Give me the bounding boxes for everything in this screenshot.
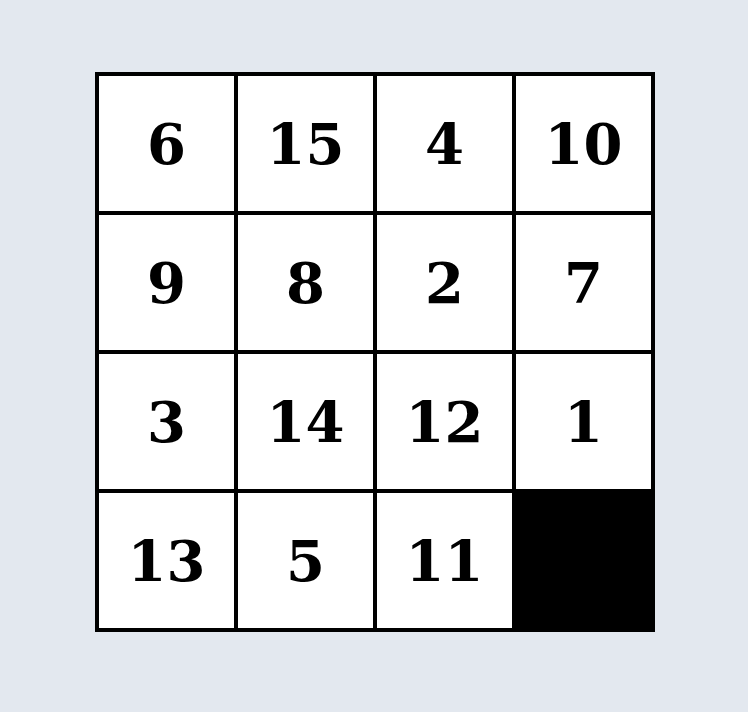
- puzzle-tile-9[interactable]: 9: [99, 215, 234, 350]
- puzzle-tile-4[interactable]: 4: [377, 76, 512, 211]
- puzzle-tile-3[interactable]: 3: [99, 354, 234, 489]
- puzzle-tile-7[interactable]: 7: [516, 215, 651, 350]
- puzzle-tile-8[interactable]: 8: [238, 215, 373, 350]
- puzzle-tile-5[interactable]: 5: [238, 493, 373, 628]
- puzzle-tile-2[interactable]: 2: [377, 215, 512, 350]
- puzzle-tile-12[interactable]: 12: [377, 354, 512, 489]
- puzzle-tile-6[interactable]: 6: [99, 76, 234, 211]
- puzzle-tile-13[interactable]: 13: [99, 493, 234, 628]
- puzzle-tile-10[interactable]: 10: [516, 76, 651, 211]
- puzzle-tile-14[interactable]: 14: [238, 354, 373, 489]
- empty-square: [516, 493, 651, 628]
- puzzle-tile-11[interactable]: 11: [377, 493, 512, 628]
- fifteen-puzzle-board: 615410982731412113511: [95, 72, 655, 632]
- puzzle-tile-1[interactable]: 1: [516, 354, 651, 489]
- puzzle-tile-15[interactable]: 15: [238, 76, 373, 211]
- puzzle-page: 615410982731412113511: [0, 0, 748, 712]
